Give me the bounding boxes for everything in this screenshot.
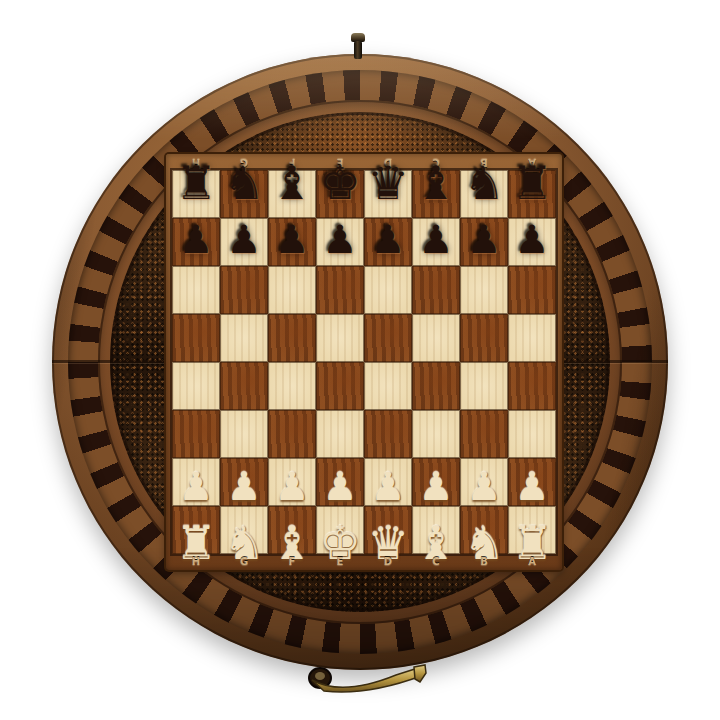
square-f2[interactable]: ♟ [268,458,316,506]
square-d5[interactable] [364,314,412,362]
square-d4[interactable] [364,362,412,410]
brass-clasp-icon [298,662,430,704]
square-e1[interactable]: ♚ [316,506,364,554]
square-e3[interactable] [316,410,364,458]
square-c6[interactable] [412,266,460,314]
square-a4[interactable] [508,362,556,410]
hinge-pin-icon [349,33,367,59]
square-g6[interactable] [220,266,268,314]
square-f8[interactable]: ♝ [268,170,316,218]
file-label-b: B [460,555,508,569]
square-e2[interactable]: ♟ [316,458,364,506]
black-king[interactable]: ♚ [319,160,360,206]
black-pawn[interactable]: ♟ [515,220,550,259]
black-pawn[interactable]: ♟ [179,220,214,259]
white-pawn[interactable]: ♟ [515,467,550,506]
square-h5[interactable] [172,314,220,362]
square-e7[interactable]: ♟ [316,218,364,266]
square-c7[interactable]: ♟ [412,218,460,266]
file-label-e: E [316,555,364,569]
square-d1[interactable]: ♛ [364,506,412,554]
file-label-a: A [508,555,556,569]
file-label-d: D [364,555,412,569]
square-d8[interactable]: ♛ [364,170,412,218]
square-h6[interactable] [172,266,220,314]
square-b1[interactable]: ♞ [460,506,508,554]
square-g4[interactable] [220,362,268,410]
square-h1[interactable]: ♜ [172,506,220,554]
file-label-f: F [268,555,316,569]
black-pawn[interactable]: ♟ [419,220,454,259]
square-b4[interactable] [460,362,508,410]
square-c5[interactable] [412,314,460,362]
square-e8[interactable]: ♚ [316,170,364,218]
square-a8[interactable]: ♜ [508,170,556,218]
black-rook[interactable]: ♜ [175,160,216,206]
square-c1[interactable]: ♝ [412,506,460,554]
white-pawn[interactable]: ♟ [227,467,262,506]
square-b8[interactable]: ♞ [460,170,508,218]
black-rook[interactable]: ♜ [511,160,552,206]
square-h4[interactable] [172,362,220,410]
square-a2[interactable]: ♟ [508,458,556,506]
square-f3[interactable] [268,410,316,458]
product-photo-stage: HGFEDCBA ♜♞♝♚♛♝♞♜♟♟♟♟♟♟♟♟♟♟♟♟♟♟♟♟♜♞♝♚♛♝♞… [0,0,720,720]
square-g1[interactable]: ♞ [220,506,268,554]
square-g2[interactable]: ♟ [220,458,268,506]
square-a3[interactable] [508,410,556,458]
black-pawn[interactable]: ♟ [323,220,358,259]
square-f7[interactable]: ♟ [268,218,316,266]
black-knight[interactable]: ♞ [223,160,264,206]
square-d3[interactable] [364,410,412,458]
square-d2[interactable]: ♟ [364,458,412,506]
square-c2[interactable]: ♟ [412,458,460,506]
white-pawn[interactable]: ♟ [371,467,406,506]
square-b6[interactable] [460,266,508,314]
file-label-g: G [220,555,268,569]
black-queen[interactable]: ♛ [367,160,408,206]
square-a7[interactable]: ♟ [508,218,556,266]
file-labels-bottom: HGFEDCBA [172,555,556,569]
black-pawn[interactable]: ♟ [227,220,262,259]
file-label-c: C [412,555,460,569]
board-grid: ♜♞♝♚♛♝♞♜♟♟♟♟♟♟♟♟♟♟♟♟♟♟♟♟♜♞♝♚♛♝♞♜ [172,170,556,554]
square-g7[interactable]: ♟ [220,218,268,266]
square-f4[interactable] [268,362,316,410]
square-h7[interactable]: ♟ [172,218,220,266]
black-pawn[interactable]: ♟ [275,220,310,259]
white-pawn[interactable]: ♟ [467,467,502,506]
square-a1[interactable]: ♜ [508,506,556,554]
hinge-stem [354,41,362,59]
black-pawn[interactable]: ♟ [371,220,406,259]
black-knight[interactable]: ♞ [463,160,504,206]
black-bishop[interactable]: ♝ [271,160,312,206]
square-e4[interactable] [316,362,364,410]
square-b7[interactable]: ♟ [460,218,508,266]
square-c3[interactable] [412,410,460,458]
board-frame: HGFEDCBA ♜♞♝♚♛♝♞♜♟♟♟♟♟♟♟♟♟♟♟♟♟♟♟♟♜♞♝♚♛♝♞… [166,154,562,570]
white-pawn[interactable]: ♟ [419,467,454,506]
square-b5[interactable] [460,314,508,362]
square-b2[interactable]: ♟ [460,458,508,506]
white-pawn[interactable]: ♟ [179,467,214,506]
square-h8[interactable]: ♜ [172,170,220,218]
square-d7[interactable]: ♟ [364,218,412,266]
square-a5[interactable] [508,314,556,362]
square-f5[interactable] [268,314,316,362]
square-f1[interactable]: ♝ [268,506,316,554]
square-a6[interactable] [508,266,556,314]
square-e5[interactable] [316,314,364,362]
square-c8[interactable]: ♝ [412,170,460,218]
white-pawn[interactable]: ♟ [323,467,358,506]
square-d6[interactable] [364,266,412,314]
black-pawn[interactable]: ♟ [467,220,502,259]
square-f6[interactable] [268,266,316,314]
square-g8[interactable]: ♞ [220,170,268,218]
square-e6[interactable] [316,266,364,314]
file-label-h: H [172,555,220,569]
square-c4[interactable] [412,362,460,410]
white-pawn[interactable]: ♟ [275,467,310,506]
black-bishop[interactable]: ♝ [415,160,456,206]
square-h3[interactable] [172,410,220,458]
square-g3[interactable] [220,410,268,458]
square-b3[interactable] [460,410,508,458]
square-h2[interactable]: ♟ [172,458,220,506]
square-g5[interactable] [220,314,268,362]
